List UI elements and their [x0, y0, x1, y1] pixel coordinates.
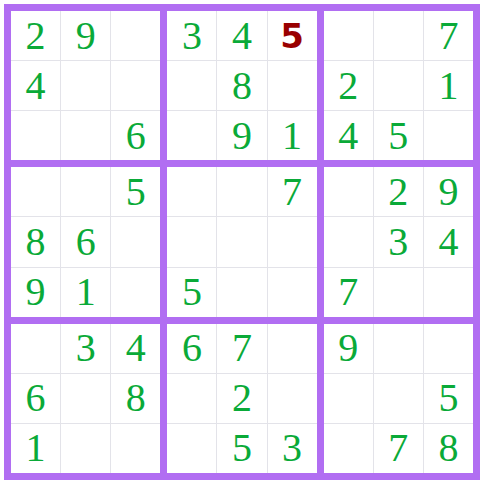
cell-r3c4[interactable] [167, 111, 216, 160]
cell-r7c3[interactable]: 4 [111, 324, 160, 373]
cell-r4c8[interactable]: 2 [374, 167, 423, 216]
cell-r3c7[interactable]: 4 [324, 111, 373, 160]
cell-r5c4[interactable] [167, 217, 216, 266]
cell-r2c6[interactable] [268, 61, 317, 110]
box-3-2: 67253 [167, 324, 316, 473]
cell-r8c5[interactable]: 2 [217, 374, 266, 423]
cell-r7c4[interactable]: 6 [167, 324, 216, 373]
cell-r4c7[interactable] [324, 167, 373, 216]
box-1-3: 72145 [324, 11, 473, 160]
cell-r9c5[interactable]: 5 [217, 424, 266, 473]
cell-r6c7[interactable]: 7 [324, 268, 373, 317]
box-3-3: 9578 [324, 324, 473, 473]
cell-r9c2[interactable] [61, 424, 110, 473]
cell-r8c9[interactable]: 5 [424, 374, 473, 423]
cell-r3c6[interactable]: 1 [268, 111, 317, 160]
cell-r4c2[interactable] [61, 167, 110, 216]
cell-r5c3[interactable] [111, 217, 160, 266]
cell-r7c9[interactable] [424, 324, 473, 373]
cell-r6c5[interactable] [217, 268, 266, 317]
cell-r3c1[interactable] [11, 111, 60, 160]
cell-r9c3[interactable] [111, 424, 160, 473]
cell-r4c4[interactable] [167, 167, 216, 216]
cell-r3c8[interactable]: 5 [374, 111, 423, 160]
cell-r4c6[interactable]: 7 [268, 167, 317, 216]
box-1-2: 345891 [167, 11, 316, 160]
box-3-1: 34681 [11, 324, 160, 473]
cell-r6c2[interactable]: 1 [61, 268, 110, 317]
cell-r1c1[interactable]: 2 [11, 11, 60, 60]
cell-r6c8[interactable] [374, 268, 423, 317]
cell-r6c1[interactable]: 9 [11, 268, 60, 317]
cell-r1c5[interactable]: 4 [217, 11, 266, 60]
box-2-1: 58691 [11, 167, 160, 316]
box-1-1: 2946 [11, 11, 160, 160]
cell-r2c9[interactable]: 1 [424, 61, 473, 110]
cell-r5c2[interactable]: 6 [61, 217, 110, 266]
cell-r2c5[interactable]: 8 [217, 61, 266, 110]
cell-r1c9[interactable]: 7 [424, 11, 473, 60]
cell-r4c5[interactable] [217, 167, 266, 216]
cell-r1c7[interactable] [324, 11, 373, 60]
cell-r1c2[interactable]: 9 [61, 11, 110, 60]
cell-r3c5[interactable]: 9 [217, 111, 266, 160]
cell-r8c4[interactable] [167, 374, 216, 423]
cell-r9c8[interactable]: 7 [374, 424, 423, 473]
cell-r3c3[interactable]: 6 [111, 111, 160, 160]
sudoku-board: 2946345891721455869175293473468167253957… [4, 4, 480, 480]
cell-r9c1[interactable]: 1 [11, 424, 60, 473]
cell-r4c1[interactable] [11, 167, 60, 216]
cell-r5c8[interactable]: 3 [374, 217, 423, 266]
cell-r4c3[interactable]: 5 [111, 167, 160, 216]
cell-r5c9[interactable]: 4 [424, 217, 473, 266]
cell-r2c2[interactable] [61, 61, 110, 110]
cell-r7c2[interactable]: 3 [61, 324, 110, 373]
cell-r7c1[interactable] [11, 324, 60, 373]
cell-r2c4[interactable] [167, 61, 216, 110]
cell-r3c2[interactable] [61, 111, 110, 160]
cell-r9c9[interactable]: 8 [424, 424, 473, 473]
cell-r2c7[interactable]: 2 [324, 61, 373, 110]
cell-r4c9[interactable]: 9 [424, 167, 473, 216]
cell-r8c6[interactable] [268, 374, 317, 423]
cell-r1c8[interactable] [374, 11, 423, 60]
cell-r7c7[interactable]: 9 [324, 324, 373, 373]
cell-r9c4[interactable] [167, 424, 216, 473]
cell-r7c8[interactable] [374, 324, 423, 373]
cell-r5c6[interactable] [268, 217, 317, 266]
cell-r1c4[interactable]: 3 [167, 11, 216, 60]
cell-r5c1[interactable]: 8 [11, 217, 60, 266]
cell-r2c1[interactable]: 4 [11, 61, 60, 110]
cell-r1c6[interactable]: 5 [268, 11, 317, 60]
cell-r6c9[interactable] [424, 268, 473, 317]
cell-r6c3[interactable] [111, 268, 160, 317]
cell-r8c1[interactable]: 6 [11, 374, 60, 423]
cell-r2c8[interactable] [374, 61, 423, 110]
cell-r8c2[interactable] [61, 374, 110, 423]
cell-r1c3[interactable] [111, 11, 160, 60]
cell-r5c5[interactable] [217, 217, 266, 266]
cell-r7c6[interactable] [268, 324, 317, 373]
cell-r9c6[interactable]: 3 [268, 424, 317, 473]
cell-r8c3[interactable]: 8 [111, 374, 160, 423]
box-2-3: 29347 [324, 167, 473, 316]
box-2-2: 75 [167, 167, 316, 316]
cell-r3c9[interactable] [424, 111, 473, 160]
cell-r8c7[interactable] [324, 374, 373, 423]
cell-r7c5[interactable]: 7 [217, 324, 266, 373]
cell-r8c8[interactable] [374, 374, 423, 423]
cell-r6c4[interactable]: 5 [167, 268, 216, 317]
cell-r5c7[interactable] [324, 217, 373, 266]
cell-r2c3[interactable] [111, 61, 160, 110]
cell-r6c6[interactable] [268, 268, 317, 317]
cell-r9c7[interactable] [324, 424, 373, 473]
